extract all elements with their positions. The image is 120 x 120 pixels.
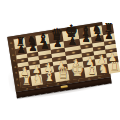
black-pawn[interactable]: ♟	[54, 38, 62, 49]
black-pawn[interactable]: ♟	[68, 36, 76, 47]
black-pawn[interactable]: ♟	[40, 40, 48, 51]
black-pawn[interactable]: ♟	[82, 33, 90, 44]
white-rook[interactable]: ♜	[110, 61, 119, 73]
white-bishop[interactable]: ♝	[44, 69, 55, 83]
square-h1[interactable]: ♜	[107, 62, 119, 73]
product-photo-scene: ♜♞♝♛♚♝♞♜♟♟♟♟♟♟♟♟♟♟♟♟♟♟♟♟♜♞♝♛♚♝♞♜ 8765432…	[0, 0, 120, 120]
black-pawn[interactable]: ♟	[105, 30, 113, 41]
chess-board: ♜♞♝♛♚♝♞♜♟♟♟♟♟♟♟♟♟♟♟♟♟♟♟♟♜♞♝♛♚♝♞♜ 8765432…	[7, 22, 111, 92]
black-pawn[interactable]: ♟	[28, 42, 36, 53]
black-pawn[interactable]: ♟	[17, 44, 25, 55]
rank-label-1: 1	[15, 82, 21, 89]
white-king[interactable]: ♚	[71, 62, 84, 79]
white-bishop[interactable]: ♝	[86, 63, 97, 77]
brass-clasp	[60, 85, 67, 88]
black-pawn[interactable]: ♟	[94, 32, 102, 43]
white-queen[interactable]: ♛	[57, 65, 69, 81]
